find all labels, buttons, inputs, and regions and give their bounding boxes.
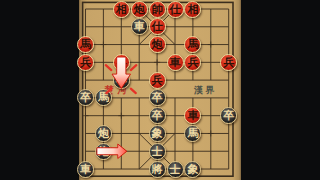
piece-glyph: 兵 <box>152 74 163 85</box>
piece-glyph: 兵 <box>116 56 127 67</box>
red-advisor[interactable]: 仕 <box>149 18 166 35</box>
black-chariot[interactable]: 車 <box>77 161 94 178</box>
piece-glyph: 帥 <box>152 3 163 14</box>
piece-glyph: 相 <box>116 3 127 14</box>
piece-glyph: 馬 <box>187 127 198 138</box>
piece-glyph: 卒 <box>152 92 163 103</box>
red-soldier[interactable]: 兵 <box>113 54 130 71</box>
piece-glyph: 兵 <box>80 56 91 67</box>
piece-glyph: 炮 <box>152 39 163 50</box>
piece-glyph: 馬 <box>187 39 198 50</box>
piece-glyph: 卒 <box>152 110 163 121</box>
river-label-han-jie: 漢界 <box>194 85 217 95</box>
red-chariot[interactable]: 車 <box>167 54 184 71</box>
black-cannon[interactable]: 炮 <box>95 125 112 142</box>
piece-glyph: 仕 <box>170 3 181 14</box>
black-soldier[interactable]: 卒 <box>149 107 166 124</box>
piece-glyph: 士 <box>152 145 163 156</box>
piece-glyph: 炮 <box>98 127 109 138</box>
piece-glyph: 象 <box>187 163 198 174</box>
black-elephant[interactable]: 象 <box>184 161 201 178</box>
piece-glyph: 相 <box>187 3 198 14</box>
piece-glyph: 炮 <box>134 3 145 14</box>
red-horse[interactable]: 馬 <box>77 36 94 53</box>
piece-glyph: 兵 <box>223 56 234 67</box>
black-soldier[interactable]: 卒 <box>149 89 166 106</box>
piece-glyph: 兵 <box>187 56 198 67</box>
black-soldier[interactable]: 卒 <box>113 72 130 89</box>
piece-glyph: 車 <box>187 110 198 121</box>
piece-glyph: 卒 <box>116 74 127 85</box>
piece-glyph: 卒 <box>80 92 91 103</box>
piece-glyph: 仕 <box>152 21 163 32</box>
piece-glyph: 車 <box>170 56 181 67</box>
piece-glyph: 象 <box>152 127 163 138</box>
black-advisor[interactable]: 士 <box>149 143 166 160</box>
piece-glyph: 炮 <box>98 145 109 156</box>
black-advisor[interactable]: 士 <box>167 161 184 178</box>
piece-glyph: 士 <box>170 163 181 174</box>
red-soldier[interactable]: 兵 <box>149 72 166 89</box>
red-soldier[interactable]: 兵 <box>220 54 237 71</box>
piece-glyph: 車 <box>134 21 145 32</box>
black-cannon[interactable]: 炮 <box>95 143 112 160</box>
red-soldier[interactable]: 兵 <box>77 54 94 71</box>
red-advisor[interactable]: 仕 <box>167 1 184 18</box>
red-cannon[interactable]: 炮 <box>149 36 166 53</box>
app-screen: 楚河 漢界 相炮帥仕相車仕馬炮馬兵兵車兵兵卒兵卒馬卒卒車卒炮象馬炮士車將士象 <box>0 0 320 180</box>
piece-glyph: 馬 <box>98 92 109 103</box>
red-cannon[interactable]: 炮 <box>131 1 148 18</box>
piece-glyph: 將 <box>152 163 163 174</box>
black-elephant[interactable]: 象 <box>149 125 166 142</box>
red-general[interactable]: 帥 <box>149 1 166 18</box>
black-general[interactable]: 將 <box>149 161 166 178</box>
black-chariot[interactable]: 車 <box>131 18 148 35</box>
piece-glyph: 馬 <box>80 39 91 50</box>
red-elephant[interactable]: 相 <box>184 1 201 18</box>
piece-glyph: 卒 <box>223 110 234 121</box>
piece-glyph: 車 <box>80 163 91 174</box>
red-elephant[interactable]: 相 <box>113 1 130 18</box>
